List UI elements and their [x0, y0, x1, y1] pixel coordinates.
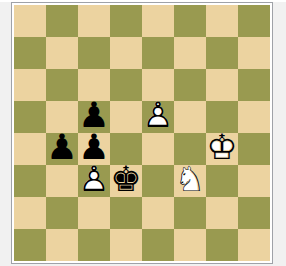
piece-white-pawn[interactable]: ♟♙ — [78, 165, 110, 197]
square-g5[interactable] — [206, 101, 238, 133]
square-c2[interactable] — [78, 197, 110, 229]
pawn-outline-glyph: ♙ — [142, 98, 174, 133]
square-h4[interactable] — [238, 133, 270, 165]
square-f8[interactable] — [174, 5, 206, 37]
square-c6[interactable] — [78, 69, 110, 101]
square-e4[interactable] — [142, 133, 174, 165]
square-h3[interactable] — [238, 165, 270, 197]
square-a6[interactable] — [14, 69, 46, 101]
square-b8[interactable] — [46, 5, 78, 37]
square-d4[interactable] — [110, 133, 142, 165]
square-e7[interactable] — [142, 37, 174, 69]
square-f6[interactable] — [174, 69, 206, 101]
square-f5[interactable] — [174, 101, 206, 133]
king-fill-glyph: ♚ — [206, 130, 238, 165]
pawn-glyph: ♟ — [46, 130, 78, 165]
square-e6[interactable] — [142, 69, 174, 101]
pawn-glyph: ♟ — [78, 98, 110, 133]
square-g4[interactable]: ♚♔ — [206, 133, 238, 165]
square-d7[interactable] — [110, 37, 142, 69]
piece-black-pawn[interactable]: ♟ — [78, 133, 110, 165]
square-e5[interactable]: ♟♙ — [142, 101, 174, 133]
square-f2[interactable] — [174, 197, 206, 229]
square-e8[interactable] — [142, 5, 174, 37]
square-g2[interactable] — [206, 197, 238, 229]
square-b3[interactable] — [46, 165, 78, 197]
square-g6[interactable] — [206, 69, 238, 101]
square-c4[interactable]: ♟ — [78, 133, 110, 165]
piece-black-king[interactable]: ♚ — [110, 165, 142, 197]
square-d8[interactable] — [110, 5, 142, 37]
square-e2[interactable] — [142, 197, 174, 229]
piece-black-pawn[interactable]: ♟ — [78, 101, 110, 133]
square-b1[interactable] — [46, 229, 78, 261]
square-g1[interactable] — [206, 229, 238, 261]
square-f4[interactable] — [174, 133, 206, 165]
square-c1[interactable] — [78, 229, 110, 261]
square-e1[interactable] — [142, 229, 174, 261]
square-c8[interactable] — [78, 5, 110, 37]
square-f3[interactable]: ♞♘ — [174, 165, 206, 197]
square-d5[interactable] — [110, 101, 142, 133]
knight-fill-glyph: ♞ — [174, 162, 206, 197]
square-h5[interactable] — [238, 101, 270, 133]
square-d3[interactable]: ♚ — [110, 165, 142, 197]
square-g3[interactable] — [206, 165, 238, 197]
piece-white-knight[interactable]: ♞♘ — [174, 165, 206, 197]
square-h7[interactable] — [238, 37, 270, 69]
king-glyph: ♚ — [110, 162, 142, 197]
piece-black-pawn[interactable]: ♟ — [46, 133, 78, 165]
square-d2[interactable] — [110, 197, 142, 229]
square-a4[interactable] — [14, 133, 46, 165]
square-b5[interactable] — [46, 101, 78, 133]
chess-app-canvas: ♟♟♙♟♟♚♔♟♙♚♞♘ — [0, 0, 286, 266]
square-a1[interactable] — [14, 229, 46, 261]
square-h8[interactable] — [238, 5, 270, 37]
square-b2[interactable] — [46, 197, 78, 229]
square-a5[interactable] — [14, 101, 46, 133]
square-f1[interactable] — [174, 229, 206, 261]
square-h2[interactable] — [238, 197, 270, 229]
square-a8[interactable] — [14, 5, 46, 37]
square-a7[interactable] — [14, 37, 46, 69]
knight-outline-glyph: ♘ — [174, 162, 206, 197]
square-g8[interactable] — [206, 5, 238, 37]
chess-board: ♟♟♙♟♟♚♔♟♙♚♞♘ — [14, 5, 270, 261]
piece-white-king[interactable]: ♚♔ — [206, 133, 238, 165]
square-h6[interactable] — [238, 69, 270, 101]
pawn-fill-glyph: ♟ — [78, 162, 110, 197]
king-outline-glyph: ♔ — [206, 130, 238, 165]
square-a3[interactable] — [14, 165, 46, 197]
square-b4[interactable]: ♟ — [46, 133, 78, 165]
square-f7[interactable] — [174, 37, 206, 69]
pawn-outline-glyph: ♙ — [78, 162, 110, 197]
square-b6[interactable] — [46, 69, 78, 101]
board-frame: ♟♟♙♟♟♚♔♟♙♚♞♘ — [11, 2, 273, 264]
square-g7[interactable] — [206, 37, 238, 69]
square-e3[interactable] — [142, 165, 174, 197]
square-c3[interactable]: ♟♙ — [78, 165, 110, 197]
pawn-glyph: ♟ — [78, 130, 110, 165]
piece-white-pawn[interactable]: ♟♙ — [142, 101, 174, 133]
square-h1[interactable] — [238, 229, 270, 261]
square-d6[interactable] — [110, 69, 142, 101]
square-a2[interactable] — [14, 197, 46, 229]
pawn-fill-glyph: ♟ — [142, 98, 174, 133]
square-b7[interactable] — [46, 37, 78, 69]
square-d1[interactable] — [110, 229, 142, 261]
square-c5[interactable]: ♟ — [78, 101, 110, 133]
square-c7[interactable] — [78, 37, 110, 69]
